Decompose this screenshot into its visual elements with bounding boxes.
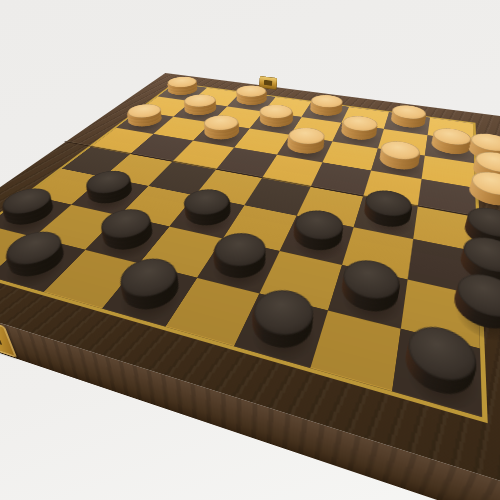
dark-checker[interactable]: ⛂ [207,243,272,286]
square-f2[interactable]: ⛀ [333,123,384,148]
board-frame: ⛀⛀⛀⛀⛀⛀⛀⛀⛀⛀⛀⛀⛂⛂⛂⛂⛂⛂⛂⛂⛂⛂⛂⛂ ⛀⛀⛀⛂⛂⛂ [0,73,500,499]
square-b8[interactable]: ⛂ [0,237,85,292]
dark-checker[interactable]: ⛂ [289,221,346,259]
dark-checker[interactable]: ⛂ [361,201,411,234]
light-checker[interactable]: ⛀ [284,137,327,159]
dark-checker[interactable]: ⛂ [81,181,140,210]
square-g7[interactable]: ⛂ [327,264,407,328]
photo-background: ⛀⛀⛀⛀⛀⛀⛀⛀⛀⛀⛀⛀⛂⛂⛂⛂⛂⛂⛂⛂⛂⛂⛂⛂ ⛀⛀⛀⛂⛂⛂ [0,0,500,500]
light-checker[interactable]: ⛀ [377,151,419,175]
square-h2[interactable]: ⛀ [425,135,475,163]
dark-checker[interactable]: ⛂ [113,269,187,318]
dark-checker[interactable]: ⛂ [245,300,318,358]
dark-checker[interactable]: ⛂ [402,337,471,406]
dark-checker[interactable]: ⛂ [178,200,236,233]
checkers-board-box: ⛀⛀⛀⛀⛀⛀⛀⛀⛀⛀⛀⛀⛂⛂⛂⛂⛂⛂⛂⛂⛂⛂⛂⛂ ⛀⛀⛀⛂⛂⛂ [0,73,500,499]
square-g3[interactable]: ⛀ [371,148,425,179]
brass-clasp-icon [0,315,17,358]
dark-checker[interactable]: ⛂ [0,242,75,285]
light-checker[interactable]: ⛀ [199,125,243,145]
dark-checker[interactable]: ⛂ [337,271,399,321]
